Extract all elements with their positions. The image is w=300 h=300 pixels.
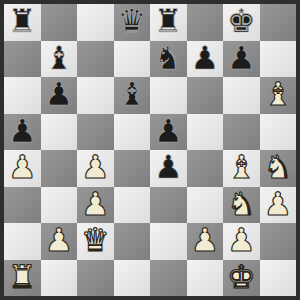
square-g7[interactable]: ♟ (223, 41, 260, 78)
square-g4[interactable]: ♝ (223, 150, 260, 187)
square-c1[interactable] (77, 260, 114, 297)
square-g3[interactable]: ♞ (223, 187, 260, 224)
square-d1[interactable] (114, 260, 151, 297)
white-knight[interactable]: ♞ (227, 188, 256, 220)
square-a4[interactable]: ♟ (4, 150, 41, 187)
black-pawn[interactable]: ♟ (154, 115, 183, 147)
black-rook[interactable]: ♜ (154, 5, 183, 37)
white-pawn[interactable]: ♟ (81, 151, 110, 183)
square-c4[interactable]: ♟ (77, 150, 114, 187)
square-h5[interactable] (260, 114, 297, 151)
white-pawn[interactable]: ♟ (81, 188, 110, 220)
square-a5[interactable]: ♟ (4, 114, 41, 151)
square-g5[interactable] (223, 114, 260, 151)
square-b6[interactable]: ♟ (41, 77, 78, 114)
square-e6[interactable] (150, 77, 187, 114)
square-a7[interactable] (4, 41, 41, 78)
square-b2[interactable]: ♟ (41, 223, 78, 260)
black-rook[interactable]: ♜ (8, 5, 37, 37)
square-h2[interactable] (260, 223, 297, 260)
square-f4[interactable] (187, 150, 224, 187)
square-a1[interactable]: ♜ (4, 260, 41, 297)
white-bishop[interactable]: ♝ (227, 151, 256, 183)
white-pawn[interactable]: ♟ (8, 151, 37, 183)
white-king[interactable]: ♚ (227, 261, 256, 293)
black-bishop[interactable]: ♝ (44, 42, 73, 74)
square-g8[interactable]: ♚ (223, 4, 260, 41)
square-c2[interactable]: ♛ (77, 223, 114, 260)
square-f5[interactable] (187, 114, 224, 151)
square-c3[interactable]: ♟ (77, 187, 114, 224)
square-c5[interactable] (77, 114, 114, 151)
white-pawn[interactable]: ♟ (190, 224, 219, 256)
square-e3[interactable] (150, 187, 187, 224)
square-e5[interactable]: ♟ (150, 114, 187, 151)
black-queen[interactable]: ♛ (117, 5, 146, 37)
white-knight[interactable]: ♞ (263, 151, 292, 183)
black-bishop[interactable]: ♝ (117, 78, 146, 110)
square-h8[interactable] (260, 4, 297, 41)
square-h4[interactable]: ♞ (260, 150, 297, 187)
white-pawn[interactable]: ♟ (263, 188, 292, 220)
square-d4[interactable] (114, 150, 151, 187)
square-d5[interactable] (114, 114, 151, 151)
square-c6[interactable] (77, 77, 114, 114)
square-e8[interactable]: ♜ (150, 4, 187, 41)
square-h1[interactable] (260, 260, 297, 297)
white-pawn[interactable]: ♟ (44, 224, 73, 256)
square-f7[interactable]: ♟ (187, 41, 224, 78)
square-e4[interactable]: ♟ (150, 150, 187, 187)
square-g1[interactable]: ♚ (223, 260, 260, 297)
square-b3[interactable] (41, 187, 78, 224)
white-bishop[interactable]: ♝ (263, 78, 292, 110)
square-d8[interactable]: ♛ (114, 4, 151, 41)
square-d2[interactable] (114, 223, 151, 260)
square-c7[interactable] (77, 41, 114, 78)
black-knight[interactable]: ♞ (154, 42, 183, 74)
square-c8[interactable] (77, 4, 114, 41)
black-king[interactable]: ♚ (227, 5, 256, 37)
white-queen[interactable]: ♛ (81, 224, 110, 256)
square-f6[interactable] (187, 77, 224, 114)
square-h6[interactable]: ♝ (260, 77, 297, 114)
square-d7[interactable] (114, 41, 151, 78)
chess-board: ♜♛♜♚♝♞♟♟♟♝♝♟♟♟♟♟♝♞♟♞♟♟♛♟♟♜♚ (0, 0, 300, 300)
white-pawn[interactable]: ♟ (227, 224, 256, 256)
black-pawn[interactable]: ♟ (8, 115, 37, 147)
black-pawn[interactable]: ♟ (227, 42, 256, 74)
square-f2[interactable]: ♟ (187, 223, 224, 260)
square-f8[interactable] (187, 4, 224, 41)
square-b1[interactable] (41, 260, 78, 297)
square-a2[interactable] (4, 223, 41, 260)
square-f1[interactable] (187, 260, 224, 297)
square-a6[interactable] (4, 77, 41, 114)
chess-app: ♜♛♜♚♝♞♟♟♟♝♝♟♟♟♟♟♝♞♟♞♟♟♛♟♟♜♚ (0, 0, 300, 300)
square-h7[interactable] (260, 41, 297, 78)
square-e2[interactable] (150, 223, 187, 260)
square-d6[interactable]: ♝ (114, 77, 151, 114)
square-a8[interactable]: ♜ (4, 4, 41, 41)
square-b5[interactable] (41, 114, 78, 151)
square-b8[interactable] (41, 4, 78, 41)
square-h3[interactable]: ♟ (260, 187, 297, 224)
square-f3[interactable] (187, 187, 224, 224)
square-a3[interactable] (4, 187, 41, 224)
white-rook[interactable]: ♜ (8, 261, 37, 293)
black-pawn[interactable]: ♟ (190, 42, 219, 74)
black-pawn[interactable]: ♟ (154, 151, 183, 183)
square-b4[interactable] (41, 150, 78, 187)
square-e1[interactable] (150, 260, 187, 297)
square-g6[interactable] (223, 77, 260, 114)
square-e7[interactable]: ♞ (150, 41, 187, 78)
square-g2[interactable]: ♟ (223, 223, 260, 260)
square-b7[interactable]: ♝ (41, 41, 78, 78)
square-d3[interactable] (114, 187, 151, 224)
black-pawn[interactable]: ♟ (44, 78, 73, 110)
